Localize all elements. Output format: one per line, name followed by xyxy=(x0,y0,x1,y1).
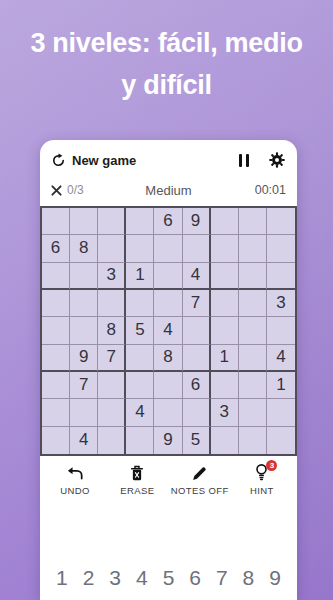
board-cell-r8c5[interactable] xyxy=(154,399,182,426)
board-cell-r5c9[interactable] xyxy=(267,317,295,344)
board-cell-r5c3[interactable]: 8 xyxy=(98,317,126,344)
x-icon xyxy=(51,185,62,196)
numpad-key-3[interactable]: 3 xyxy=(109,565,121,591)
board-cell-r6c7[interactable]: 1 xyxy=(211,345,239,372)
board-cell-r7c2[interactable]: 7 xyxy=(70,372,98,399)
board-cell-r5c7[interactable] xyxy=(211,317,239,344)
board-cell-r7c4[interactable] xyxy=(126,372,154,399)
erase-button[interactable]: ERASE xyxy=(106,463,168,496)
mistakes-value: 0/3 xyxy=(67,183,84,197)
top-bar: New game xyxy=(40,140,297,176)
board-cell-r9c8[interactable] xyxy=(239,427,267,454)
board-cell-r1c2[interactable] xyxy=(70,208,98,235)
numpad-key-4[interactable]: 4 xyxy=(136,565,148,591)
board-cell-r3c4[interactable]: 1 xyxy=(126,263,154,290)
sudoku-board: 6968314738549781476143495 xyxy=(40,206,297,456)
board-cell-r9c1[interactable] xyxy=(42,427,70,454)
number-pad: 123456789 xyxy=(40,565,297,600)
numpad-key-6[interactable]: 6 xyxy=(189,565,201,591)
hint-label: HINT xyxy=(250,485,274,496)
board-cell-r7c5[interactable] xyxy=(154,372,182,399)
board-cell-r3c1[interactable] xyxy=(42,263,70,290)
difficulty-label: Medium xyxy=(129,183,207,198)
board-cell-r6c8[interactable] xyxy=(239,345,267,372)
board-cell-r2c3[interactable] xyxy=(98,235,126,262)
timer: 00:01 xyxy=(208,183,286,197)
board-cell-r5c4[interactable]: 5 xyxy=(126,317,154,344)
board-cell-r1c4[interactable] xyxy=(126,208,154,235)
board-cell-r1c8[interactable] xyxy=(239,208,267,235)
refresh-icon xyxy=(51,153,66,168)
numpad-key-9[interactable]: 9 xyxy=(269,565,281,591)
board-cell-r5c1[interactable] xyxy=(42,317,70,344)
hint-button[interactable]: 3 HINT xyxy=(231,463,293,496)
promo-title-line1: 3 niveles: fácil, medio xyxy=(0,22,333,64)
board-cell-r9c7[interactable] xyxy=(211,427,239,454)
board-cell-r9c4[interactable] xyxy=(126,427,154,454)
board-cell-r6c9[interactable]: 4 xyxy=(267,345,295,372)
board-cell-r6c2[interactable]: 9 xyxy=(70,345,98,372)
board-cell-r3c8[interactable] xyxy=(239,263,267,290)
board-cell-r7c3[interactable] xyxy=(98,372,126,399)
board-cell-r1c3[interactable] xyxy=(98,208,126,235)
new-game-label: New game xyxy=(72,153,136,168)
board-cell-r9c2[interactable]: 4 xyxy=(70,427,98,454)
board-cell-r2c5[interactable] xyxy=(154,235,182,262)
board-cell-r5c6[interactable] xyxy=(183,317,211,344)
board-cell-r4c4[interactable] xyxy=(126,290,154,317)
pause-icon xyxy=(239,154,243,167)
board-cell-r7c1[interactable] xyxy=(42,372,70,399)
board-cell-r2c7[interactable] xyxy=(211,235,239,262)
sudoku-app-card: New game xyxy=(40,140,297,600)
board-cell-r5c2[interactable] xyxy=(70,317,98,344)
mistakes-counter: 0/3 xyxy=(51,183,129,197)
board-cell-r7c7[interactable] xyxy=(211,372,239,399)
board-cell-r6c4[interactable] xyxy=(126,345,154,372)
board-cell-r3c2[interactable] xyxy=(70,263,98,290)
board-cell-r8c8[interactable] xyxy=(239,399,267,426)
numpad-key-8[interactable]: 8 xyxy=(243,565,255,591)
board-cell-r3c5[interactable] xyxy=(154,263,182,290)
board-cell-r9c5[interactable]: 9 xyxy=(154,427,182,454)
board-cell-r2c4[interactable] xyxy=(126,235,154,262)
board-cell-r7c8[interactable] xyxy=(239,372,267,399)
board-cell-r4c9[interactable]: 3 xyxy=(267,290,295,317)
board-cell-r8c6[interactable] xyxy=(183,399,211,426)
board-cell-r1c6[interactable]: 9 xyxy=(183,208,211,235)
board-cell-r2c8[interactable] xyxy=(239,235,267,262)
board-cell-r1c7[interactable] xyxy=(211,208,239,235)
undo-arrow-icon xyxy=(66,463,85,482)
notes-label: NOTES OFF xyxy=(171,485,229,496)
board-cell-r2c6[interactable] xyxy=(183,235,211,262)
board-cell-r6c6[interactable] xyxy=(183,345,211,372)
erase-label: ERASE xyxy=(120,485,154,496)
numpad-key-2[interactable]: 2 xyxy=(83,565,95,591)
board-cell-r7c9[interactable]: 1 xyxy=(267,372,295,399)
top-bar-actions xyxy=(237,151,287,169)
trash-icon xyxy=(129,463,145,482)
undo-button[interactable]: UNDO xyxy=(44,463,106,496)
settings-gear-icon[interactable] xyxy=(268,151,286,169)
board-cell-r2c9[interactable] xyxy=(267,235,295,262)
board-cell-r9c6[interactable]: 5 xyxy=(183,427,211,454)
notes-button[interactable]: NOTES OFF xyxy=(169,463,231,496)
board-cell-r8c3[interactable] xyxy=(98,399,126,426)
numpad-key-7[interactable]: 7 xyxy=(216,565,228,591)
board-cell-r6c1[interactable] xyxy=(42,345,70,372)
board-cell-r2c2[interactable]: 8 xyxy=(70,235,98,262)
board-cell-r1c1[interactable] xyxy=(42,208,70,235)
numpad-key-1[interactable]: 1 xyxy=(56,565,68,591)
board-cell-r4c7[interactable] xyxy=(211,290,239,317)
pencil-icon xyxy=(191,463,208,482)
board-cell-r2c1[interactable]: 6 xyxy=(42,235,70,262)
board-cell-r9c9[interactable] xyxy=(267,427,295,454)
board-cell-r7c6[interactable]: 6 xyxy=(183,372,211,399)
board-cell-r3c3[interactable]: 3 xyxy=(98,263,126,290)
board-cell-r5c5[interactable]: 4 xyxy=(154,317,182,344)
board-cell-r3c7[interactable] xyxy=(211,263,239,290)
board-cell-r8c1[interactable] xyxy=(42,399,70,426)
board-cell-r4c1[interactable] xyxy=(42,290,70,317)
board-cell-r4c2[interactable] xyxy=(70,290,98,317)
board-cell-r4c5[interactable] xyxy=(154,290,182,317)
status-bar: 0/3 Medium 00:01 xyxy=(40,176,297,204)
promo-title-line2: y difícil xyxy=(0,64,333,106)
board-cell-r4c3[interactable] xyxy=(98,290,126,317)
numpad-key-5[interactable]: 5 xyxy=(163,565,175,591)
undo-label: UNDO xyxy=(60,485,90,496)
toolbar: UNDO ERASE xyxy=(40,456,297,496)
board-cell-r6c5[interactable]: 8 xyxy=(154,345,182,372)
board-cell-r4c6[interactable]: 7 xyxy=(183,290,211,317)
promo-title: 3 niveles: fácil, medio y difícil xyxy=(0,0,333,106)
board-cell-r3c9[interactable] xyxy=(267,263,295,290)
board-cell-r5c8[interactable] xyxy=(239,317,267,344)
lightbulb-icon: 3 xyxy=(253,463,270,482)
board-cell-r9c3[interactable] xyxy=(98,427,126,454)
new-game-button[interactable]: New game xyxy=(51,153,136,168)
board-cell-r3c6[interactable]: 4 xyxy=(183,263,211,290)
promo-screen: 3 niveles: fácil, medio y difícil New ga… xyxy=(0,0,333,600)
board-cell-r1c9[interactable] xyxy=(267,208,295,235)
pause-button[interactable] xyxy=(237,152,252,169)
board-cell-r8c7[interactable]: 3 xyxy=(211,399,239,426)
board-cell-r8c4[interactable]: 4 xyxy=(126,399,154,426)
board-cell-r1c5[interactable]: 6 xyxy=(154,208,182,235)
board-cell-r8c2[interactable] xyxy=(70,399,98,426)
hint-count-badge: 3 xyxy=(266,460,277,471)
board-cell-r6c3[interactable]: 7 xyxy=(98,345,126,372)
board-cell-r4c8[interactable] xyxy=(239,290,267,317)
board-cell-r8c9[interactable] xyxy=(267,399,295,426)
